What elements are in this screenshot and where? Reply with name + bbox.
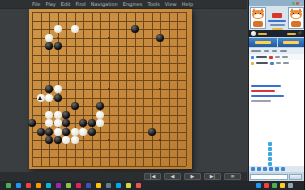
player-avatar-right[interactable] [288,7,304,29]
game-clock-bar [249,30,304,37]
black-stone [131,25,139,33]
grid-line [118,12,119,166]
player-avatar-left[interactable] [250,7,266,29]
chat-list-icon[interactable] [268,152,272,156]
chat-message-text [251,90,275,92]
chat-message-text [251,95,284,97]
black-stone [79,119,87,127]
black-stone [54,136,62,144]
white-stone [45,94,53,102]
white-stone [62,136,70,144]
chat-message-text [251,100,271,102]
white-stone [54,111,62,119]
go-app-window: FilePlayEditFindNavigationEnginesToolsVi… [0,0,247,181]
live-banner-right[interactable] [278,38,305,47]
screen: FilePlayEditFindNavigationEnginesToolsVi… [0,0,304,190]
taskbar-app-icon[interactable] [106,183,111,188]
grid-line [152,12,153,166]
chat-list-icon[interactable] [268,157,272,161]
taskbar-app-icon[interactable] [6,183,11,188]
chat-area [249,66,304,166]
star-point [108,37,110,39]
last-move-marker [38,96,42,100]
white-stone [96,111,104,119]
chat-input-row [249,172,304,181]
nav-button[interactable]: |◀ [144,173,161,180]
taskbar-app-icon[interactable] [86,183,91,188]
nav-button[interactable]: ≡ [224,173,241,180]
taskbar-app-icon[interactable] [136,183,141,188]
nav-button[interactable]: ▶| [204,173,221,180]
black-stone [54,94,62,102]
chat-input[interactable] [250,174,288,180]
white-stone [71,25,79,33]
black-stone [54,42,62,50]
menu-item-help[interactable]: Help [182,0,193,9]
banner-row [249,38,304,47]
send-button[interactable] [289,174,302,180]
taskbar-app-icon[interactable] [16,183,21,188]
taskbar-app-icons [6,183,146,188]
white-stone-icon [251,31,256,36]
black-stone [45,128,53,136]
spectator-panel [248,0,304,181]
grid-line [32,166,186,167]
white-stone [45,34,53,42]
grid-line [32,149,186,150]
black-stone [96,102,104,110]
chat-list-icon[interactable] [268,147,272,151]
taskbar-app-icon[interactable] [26,183,31,188]
black-stone [88,128,96,136]
menu-item-edit[interactable]: Edit [61,0,71,9]
grid-line [135,12,136,166]
taskbar-app-icon[interactable] [66,183,71,188]
taskbar-app-icon[interactable] [96,183,101,188]
tray-icon[interactable] [280,183,285,188]
taskbar-app-icon[interactable] [46,183,51,188]
taskbar-app-icon[interactable] [36,183,41,188]
black-stone [45,85,53,93]
chat-message-text [251,85,281,87]
players-row [249,6,304,30]
grid-line [169,12,170,166]
panel-control-icon[interactable] [296,2,299,5]
menu-bar: FilePlayEditFindNavigationEnginesToolsVi… [0,0,247,9]
taskbar-app-icon[interactable] [56,183,61,188]
nav-button[interactable]: ▶ [184,173,201,180]
menu-item-engines[interactable]: Engines [123,0,143,9]
black-stone [37,128,45,136]
white-stone [54,119,62,127]
white-stone [54,25,62,33]
black-stone [28,119,36,127]
white-stone [71,128,79,136]
nav-button[interactable]: ◀ [164,173,181,180]
menu-item-view[interactable]: View [165,0,177,9]
black-stone [88,119,96,127]
black-clock-text [287,33,296,35]
white-stone [79,128,87,136]
black-stone [71,102,79,110]
fox-mascot-icon [251,9,265,27]
panel-control-icon[interactable] [292,2,295,5]
panel-control-icon[interactable] [300,2,303,5]
chat-tool-icon[interactable] [281,167,285,171]
taskbar-app-icon[interactable] [76,183,81,188]
taskbar-tray-icons [256,183,296,188]
fox-mascot-icon [289,9,303,27]
chat-list-icon[interactable] [268,142,272,146]
grid-line [32,157,186,158]
chat-tool-icon[interactable] [275,167,279,171]
banner-text [255,41,271,44]
white-stone [71,136,79,144]
menu-item-find[interactable]: Find [76,0,86,9]
move-navigation-toolbar: |◀◀▶▶|≡ [0,172,247,181]
tray-icon[interactable] [272,183,277,188]
chat-tool-icon[interactable] [263,167,267,171]
white-stone [45,111,53,119]
black-stone [62,119,70,127]
black-stone-icon [298,31,303,36]
tray-icon[interactable] [264,183,269,188]
black-stone [148,128,156,136]
banner-text [283,41,299,44]
go-board[interactable] [29,9,192,169]
tray-icon[interactable] [288,183,293,188]
black-stone [62,111,70,119]
menu-item-navigation[interactable]: Navigation [91,0,118,9]
menu-item-file[interactable]: File [32,0,40,9]
black-stone [62,128,70,136]
black-stone [45,136,53,144]
taskbar-app-icon[interactable] [126,183,131,188]
star-point [108,88,110,90]
white-stone [54,85,62,93]
star-point [57,37,59,39]
grid-line [186,12,187,166]
grid-line [126,12,127,166]
black-stone [45,42,53,50]
match-badge [272,13,282,18]
grid-line [177,12,178,166]
chat-tool-icon[interactable] [257,167,261,171]
white-stone [45,119,53,127]
menu-item-tools[interactable]: Tools [147,0,159,9]
white-clock-text [258,33,267,35]
match-subtitle-text [270,24,285,26]
white-stone [96,119,104,127]
grid-line [32,106,186,107]
windows-taskbar [0,181,304,190]
chat-tool-icon[interactable] [251,167,255,171]
black-stone [156,34,164,42]
chat-tool-icon[interactable] [269,167,273,171]
taskbar-app-icon[interactable] [116,183,121,188]
room-title-text [268,20,286,22]
tray-icon[interactable] [256,183,261,188]
live-banner-left[interactable] [249,38,277,47]
menu-item-play[interactable]: Play [45,0,55,9]
grid-line [143,12,144,166]
white-stone [54,128,62,136]
